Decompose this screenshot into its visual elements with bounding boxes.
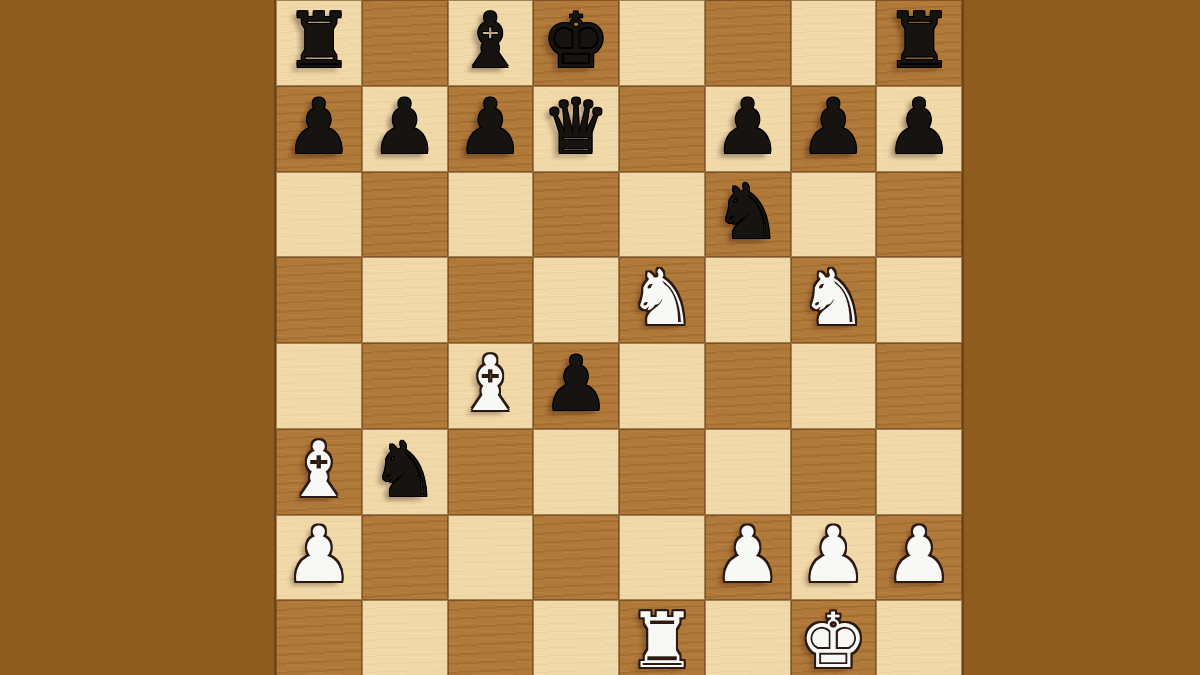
square-h7[interactable]: ♟ xyxy=(876,86,962,172)
square-g2[interactable]: ♟ xyxy=(791,515,877,601)
square-c2[interactable] xyxy=(448,515,534,601)
square-b6[interactable] xyxy=(362,172,448,258)
square-h3[interactable] xyxy=(876,429,962,515)
square-d5[interactable] xyxy=(533,257,619,343)
square-e2[interactable] xyxy=(619,515,705,601)
black-queen-icon: ♛ xyxy=(542,89,610,165)
black-rook-icon: ♜ xyxy=(285,3,353,79)
square-f3[interactable] xyxy=(705,429,791,515)
white-knight-icon: ♞ xyxy=(628,260,696,336)
square-h6[interactable] xyxy=(876,172,962,258)
black-pawn-icon: ♟ xyxy=(542,346,610,422)
white-pawn-icon: ♟ xyxy=(285,517,353,593)
square-g6[interactable] xyxy=(791,172,877,258)
square-e1[interactable]: ♜ xyxy=(619,600,705,675)
black-knight-icon: ♞ xyxy=(371,432,439,508)
square-c4[interactable]: ♝ xyxy=(448,343,534,429)
black-knight-icon: ♞ xyxy=(714,174,782,250)
square-e3[interactable] xyxy=(619,429,705,515)
square-a4[interactable] xyxy=(276,343,362,429)
square-c6[interactable] xyxy=(448,172,534,258)
square-f4[interactable] xyxy=(705,343,791,429)
square-d2[interactable] xyxy=(533,515,619,601)
square-b4[interactable] xyxy=(362,343,448,429)
black-bishop-icon: ♝ xyxy=(456,3,524,79)
black-pawn-icon: ♟ xyxy=(885,89,953,165)
square-e6[interactable] xyxy=(619,172,705,258)
square-b3[interactable]: ♞ xyxy=(362,429,448,515)
square-e4[interactable] xyxy=(619,343,705,429)
square-d6[interactable] xyxy=(533,172,619,258)
square-e8[interactable] xyxy=(619,0,705,86)
square-d8[interactable]: ♚ xyxy=(533,0,619,86)
square-h1[interactable] xyxy=(876,600,962,675)
square-d1[interactable] xyxy=(533,600,619,675)
white-bishop-icon: ♝ xyxy=(456,346,524,422)
square-d3[interactable] xyxy=(533,429,619,515)
puzzle-image: ♜♝♚♜♟♟♟♛♟♟♟♞♞♞♝♟♝♞♟♟♟♟♜♚ xyxy=(0,0,1200,675)
square-b5[interactable] xyxy=(362,257,448,343)
black-king-icon: ♚ xyxy=(542,3,610,79)
square-d4[interactable]: ♟ xyxy=(533,343,619,429)
square-h4[interactable] xyxy=(876,343,962,429)
square-f6[interactable]: ♞ xyxy=(705,172,791,258)
square-h2[interactable]: ♟ xyxy=(876,515,962,601)
square-h8[interactable]: ♜ xyxy=(876,0,962,86)
chess-board: ♜♝♚♜♟♟♟♛♟♟♟♞♞♞♝♟♝♞♟♟♟♟♜♚ xyxy=(274,0,964,675)
square-f7[interactable]: ♟ xyxy=(705,86,791,172)
square-a2[interactable]: ♟ xyxy=(276,515,362,601)
square-c5[interactable] xyxy=(448,257,534,343)
square-a7[interactable]: ♟ xyxy=(276,86,362,172)
square-d7[interactable]: ♛ xyxy=(533,86,619,172)
black-pawn-icon: ♟ xyxy=(285,89,353,165)
white-pawn-icon: ♟ xyxy=(799,517,867,593)
square-c7[interactable]: ♟ xyxy=(448,86,534,172)
white-bishop-icon: ♝ xyxy=(285,432,353,508)
square-c8[interactable]: ♝ xyxy=(448,0,534,86)
square-g3[interactable] xyxy=(791,429,877,515)
square-a5[interactable] xyxy=(276,257,362,343)
black-pawn-icon: ♟ xyxy=(456,89,524,165)
square-g8[interactable] xyxy=(791,0,877,86)
square-b2[interactable] xyxy=(362,515,448,601)
square-b7[interactable]: ♟ xyxy=(362,86,448,172)
white-rook-icon: ♜ xyxy=(628,603,696,675)
square-g1[interactable]: ♚ xyxy=(791,600,877,675)
white-pawn-icon: ♟ xyxy=(885,517,953,593)
square-g5[interactable]: ♞ xyxy=(791,257,877,343)
square-f5[interactable] xyxy=(705,257,791,343)
square-f8[interactable] xyxy=(705,0,791,86)
black-pawn-icon: ♟ xyxy=(371,89,439,165)
square-c1[interactable] xyxy=(448,600,534,675)
square-e7[interactable] xyxy=(619,86,705,172)
white-pawn-icon: ♟ xyxy=(714,517,782,593)
square-f2[interactable]: ♟ xyxy=(705,515,791,601)
square-a1[interactable] xyxy=(276,600,362,675)
white-knight-icon: ♞ xyxy=(799,260,867,336)
square-f1[interactable] xyxy=(705,600,791,675)
square-b8[interactable] xyxy=(362,0,448,86)
square-c3[interactable] xyxy=(448,429,534,515)
white-king-icon: ♚ xyxy=(799,603,867,675)
square-g4[interactable] xyxy=(791,343,877,429)
square-g7[interactable]: ♟ xyxy=(791,86,877,172)
square-b1[interactable] xyxy=(362,600,448,675)
square-h5[interactable] xyxy=(876,257,962,343)
square-e5[interactable]: ♞ xyxy=(619,257,705,343)
square-a3[interactable]: ♝ xyxy=(276,429,362,515)
square-a6[interactable] xyxy=(276,172,362,258)
black-pawn-icon: ♟ xyxy=(799,89,867,165)
square-a8[interactable]: ♜ xyxy=(276,0,362,86)
black-pawn-icon: ♟ xyxy=(714,89,782,165)
black-rook-icon: ♜ xyxy=(885,3,953,79)
